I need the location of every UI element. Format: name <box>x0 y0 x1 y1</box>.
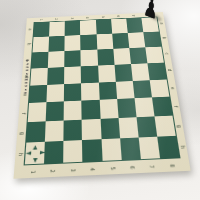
coord-label: e <box>160 85 184 92</box>
square[interactable] <box>120 138 141 160</box>
coord-label: d <box>158 67 182 73</box>
square[interactable] <box>115 81 134 100</box>
coord-label: 7 <box>144 158 160 176</box>
coord-label: 4 <box>84 12 91 23</box>
square[interactable] <box>47 84 65 103</box>
coord-label: 3 <box>66 161 80 179</box>
coord-label: 6 <box>115 11 122 22</box>
square[interactable] <box>64 66 81 84</box>
coord-label: 8 <box>164 157 180 175</box>
coord-label: 1 <box>38 14 45 25</box>
square[interactable] <box>45 121 64 142</box>
square[interactable] <box>113 48 131 65</box>
coord-label: 6 <box>125 159 140 177</box>
board-drop-shadow: 12345678 12345678 abcdefgh abcdefgh ❖ Ch… <box>0 0 200 200</box>
square[interactable] <box>44 141 64 164</box>
coord-label: f <box>163 103 188 110</box>
logo-piece-icon: ♟ <box>32 144 38 150</box>
square[interactable] <box>64 83 82 102</box>
square[interactable] <box>97 49 114 66</box>
square[interactable] <box>65 35 81 51</box>
coord-label: 1 <box>26 163 41 181</box>
square[interactable] <box>82 100 100 120</box>
brand-label: ChessHouse <box>23 63 29 94</box>
coord-label: b <box>153 35 175 41</box>
coord-label: h <box>7 150 33 159</box>
coord-label: 3 <box>69 13 75 24</box>
coord-label: b <box>17 41 39 47</box>
coord-label: g <box>166 122 192 129</box>
coord-label: 2 <box>54 14 60 25</box>
square[interactable] <box>64 101 82 121</box>
square[interactable] <box>48 51 65 68</box>
square[interactable] <box>112 33 129 49</box>
chessboard: 12345678 12345678 abcdefgh abcdefgh ❖ Ch… <box>14 12 191 179</box>
coord-label: 4 <box>85 160 99 178</box>
square[interactable] <box>49 36 65 52</box>
square[interactable] <box>81 65 98 83</box>
square[interactable] <box>63 140 82 162</box>
coord-label: 7 <box>130 10 137 21</box>
coord-label: 2 <box>46 162 60 180</box>
square[interactable] <box>82 139 102 161</box>
square[interactable] <box>46 102 64 122</box>
square[interactable] <box>82 119 101 140</box>
coords-bottom: 12345678 <box>23 159 183 178</box>
square[interactable] <box>118 117 138 138</box>
photo-scene: 12345678 12345678 abcdefgh abcdefgh ❖ Ch… <box>0 0 200 200</box>
square[interactable] <box>64 50 81 67</box>
coord-label: c <box>155 51 178 57</box>
square[interactable] <box>96 34 113 50</box>
square[interactable] <box>114 64 132 82</box>
square[interactable] <box>117 98 137 118</box>
coord-label: f <box>11 109 36 117</box>
coord-label: 5 <box>100 12 107 23</box>
square[interactable] <box>98 81 116 100</box>
coord-label: g <box>9 129 34 137</box>
square[interactable] <box>101 138 121 160</box>
square[interactable] <box>47 67 64 85</box>
coord-label: 5 <box>105 159 120 177</box>
coord-label: a <box>19 27 40 33</box>
square[interactable] <box>99 99 118 119</box>
square[interactable] <box>100 118 120 139</box>
square[interactable] <box>64 120 83 141</box>
square[interactable] <box>81 34 97 50</box>
square[interactable] <box>81 49 98 66</box>
coord-label: h <box>169 143 196 151</box>
square[interactable] <box>81 82 99 101</box>
square[interactable] <box>98 65 116 83</box>
